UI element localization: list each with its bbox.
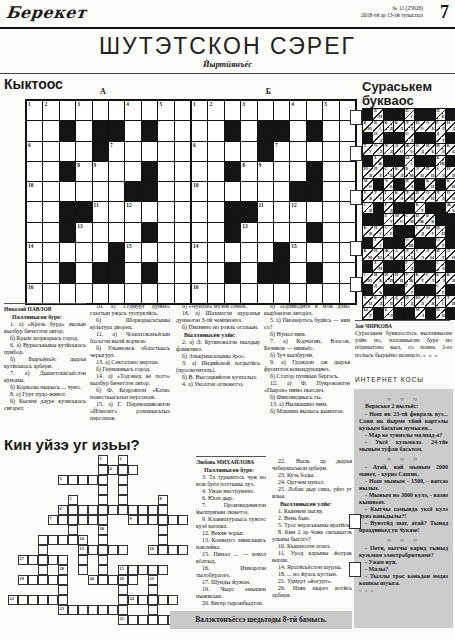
crossword-cell (175, 223, 190, 242)
clue-number: 16 (193, 284, 199, 290)
crossword-cell (93, 121, 108, 140)
clue-number: 20 (90, 576, 94, 581)
letter-pair-cell: ГЖ (384, 191, 394, 202)
crossword-cell (125, 223, 140, 242)
crossword-cell: 20 (88, 575, 98, 585)
letter: И (436, 144, 439, 148)
crossword-cell (192, 202, 207, 221)
crossword-cell (208, 142, 223, 161)
crossword-cell (58, 535, 68, 545)
crossword-cell (98, 535, 108, 545)
crossword-cell (241, 121, 256, 140)
black-cell (394, 238, 404, 249)
crossword-cell (290, 142, 305, 161)
joke-line: - Нош мыным - 1500, - ватсаз нылыз. (359, 478, 448, 492)
black-cell (446, 214, 455, 225)
letter: Р (380, 197, 383, 201)
letter: Р (405, 284, 408, 288)
letter: В (369, 197, 372, 201)
crossword-cell (43, 223, 58, 242)
crossword-cell (274, 202, 289, 221)
letter: Л (442, 150, 445, 154)
letter-pair-cell: БД (373, 296, 383, 307)
letter: М (416, 308, 420, 312)
crossword-cell: 18 (58, 565, 68, 575)
crossword-cell (158, 615, 168, 625)
letter: Л (426, 249, 429, 253)
crossword-cell (109, 202, 124, 221)
letter: З (374, 238, 376, 242)
letter: Р (369, 314, 372, 318)
letter-pair-cell: НД (373, 132, 383, 143)
letter-pair-cell: ЛО (394, 144, 404, 155)
letter: С (436, 284, 439, 288)
clue: 12. а) Ф. Пукроковлэн «Пырон» нимо пьеса… (264, 380, 350, 394)
letter: Н (431, 197, 434, 201)
letter: П (416, 191, 419, 195)
crossword-cell (60, 243, 75, 262)
crossword-cell (225, 142, 240, 161)
crossword-cell (323, 263, 338, 282)
crossword-cell (118, 605, 128, 615)
letter-pair-cell: СЮ (363, 273, 373, 284)
letter: Ы (430, 256, 434, 260)
crossword-cell (60, 142, 75, 161)
crossword-cell (290, 162, 305, 181)
clue: 4. а) Уколлэн оглюкетэз. (176, 381, 260, 388)
letter: Ю (367, 127, 372, 131)
crossword-cell (98, 605, 108, 615)
crossword-cell (258, 284, 273, 303)
clue: 10. а) «Удмурт дунне» газетын ужась тусп… (90, 303, 170, 317)
crossword-cell (175, 142, 190, 161)
letter: В (369, 232, 372, 236)
letter: П (436, 109, 439, 113)
crossword-cell (175, 101, 190, 120)
crossword-cell (158, 202, 173, 221)
letter-pair-cell: ИК (373, 273, 383, 284)
letter: Н (431, 174, 434, 178)
crossword-cell (168, 545, 178, 555)
crossword-cell (241, 202, 256, 221)
crossword-cell (125, 263, 140, 282)
crossword-cell (60, 202, 75, 221)
letter-pair-cell: ОЛ (373, 144, 383, 155)
letter: В (369, 174, 372, 178)
crossword-cell (258, 223, 273, 242)
letter-pair-cell: СЛ (436, 261, 446, 272)
crossword-cell (128, 465, 138, 475)
letter: Н (369, 302, 372, 306)
letter: Ы (405, 156, 409, 160)
letter-pair-cell: ЛС (436, 296, 446, 307)
letter-pair-cell: СЙ (405, 214, 415, 225)
letter-pair-cell: КВ (363, 226, 373, 237)
crossword-cell (38, 535, 48, 545)
letter: В (369, 209, 372, 213)
letter-pair-cell: ТИ (446, 296, 455, 307)
letter: У (426, 296, 429, 300)
crossword-cell (98, 505, 108, 515)
clues-column-2: 10. а) «Удмурт дунне» газетын ужась тусп… (90, 303, 170, 453)
black-cell (384, 261, 394, 272)
letter-pair-cell: ЛП (405, 191, 415, 202)
issue-block: № 11 (25626) 2018-тӥ ар 13-тӥ тулыспал (361, 5, 423, 19)
crossword-cell (98, 565, 108, 575)
letter: Д (379, 139, 382, 143)
crossword-cell (175, 243, 190, 262)
black-cell (394, 261, 404, 272)
letter: Д (411, 139, 414, 143)
crossword-cell (109, 121, 124, 140)
crossword-cell (142, 182, 157, 201)
crossword-cell (68, 535, 78, 545)
letter: З (374, 261, 376, 265)
letter: К (426, 179, 429, 183)
letter: З (374, 156, 376, 160)
clue: б) Машина вылысь кыматон. (264, 408, 350, 415)
crossword-cell: 16 (27, 284, 42, 303)
night-clues-column-2: 22. Выль ар дыръя чебермаськон арбери.23… (272, 458, 352, 608)
black-cell (373, 308, 383, 319)
crossword-cell (241, 142, 256, 161)
letter: Б (390, 174, 393, 178)
crossword-cell: 19 (18, 575, 28, 585)
crossword-cell (27, 223, 42, 242)
crossword-cell (58, 575, 68, 585)
crossword-cell (158, 162, 173, 181)
letter: К (447, 179, 450, 183)
clue: 15. Пинал ... — юмал вӧлтыд. (196, 551, 266, 565)
clue-number: 13 (80, 546, 84, 551)
crossword-cell (323, 182, 338, 201)
crossword-cell (76, 121, 91, 140)
clue-number: 16 (150, 546, 154, 551)
joke-line: - Атай, вай мыным 2000 манет, - куриз Са… (359, 464, 448, 478)
letter-pair-cell: ЖБ (384, 249, 394, 260)
letter: Н (374, 132, 377, 136)
crossword-cell (158, 545, 168, 555)
crossword-cell: 11 (93, 202, 108, 221)
crossword-cell (290, 121, 305, 140)
crossword-cell (225, 182, 240, 201)
crossword-cell (274, 223, 289, 242)
clue-number: 6 (60, 506, 62, 511)
crossword-cell: 10 (98, 525, 108, 535)
letter: М (368, 256, 372, 260)
crossword-cell (78, 555, 88, 565)
crossword-grid-a: 12345678910111213141516 (25, 99, 192, 305)
crossword-cell (98, 485, 108, 495)
crossword-cell: 1 (27, 101, 42, 120)
crossword-cell (274, 263, 289, 282)
crossword-cell (138, 595, 148, 605)
letter: Б (384, 308, 387, 312)
clues-column-4: б) «Приводите в мой дом» кырӟанлэн автор… (264, 303, 350, 453)
crossword-cell: 13 (241, 223, 256, 242)
crossword-cell (158, 243, 173, 262)
letter-pair-cell: ЮЛ (415, 296, 425, 307)
letter-pair-cell: ОД (405, 132, 415, 143)
black-cell (394, 179, 404, 190)
issue-number: № 11 (25626) (361, 5, 423, 12)
crossword-cell (225, 263, 240, 282)
clue: б) Коркалы нырысь ... чуно. (4, 384, 86, 391)
crossword-cell (98, 515, 108, 525)
clue: 15. а) Г. Перевощиковлэн «Йӧвалег» роман… (90, 401, 170, 422)
letter: Д (390, 150, 393, 154)
letter: Р (405, 261, 408, 265)
letter: О (400, 150, 403, 154)
letter-pair-cell: ЫС (405, 156, 415, 167)
crossword-cell (307, 121, 322, 140)
black-cell (446, 156, 455, 167)
crossword-cell (148, 565, 158, 575)
clue: 21. Удмурт «йогурт». (272, 578, 352, 585)
clue: б) «Приводите в мой дом» кырӟанлэн автор… (264, 303, 350, 317)
crossword-cell (274, 121, 289, 140)
clue-number: 14 (193, 243, 199, 249)
crossword-cell: 12 (125, 202, 140, 221)
letter: Е (390, 232, 393, 236)
black-cell (394, 203, 404, 214)
crossword-cell: 16 (192, 284, 207, 303)
letter-pair-cell: ОЯ (446, 191, 455, 202)
letter: Ч (384, 144, 387, 148)
crossword-cell (109, 223, 124, 242)
letter: Ж (420, 220, 424, 224)
letter: К (416, 273, 419, 277)
letter-pair-cell: ЖО (405, 144, 415, 155)
letter: Д (421, 150, 424, 154)
joke-line: - Малы? (359, 566, 448, 573)
letter: Ж (405, 144, 409, 148)
crossword-cell (142, 223, 157, 242)
crossword-cell (225, 162, 240, 181)
crossword-cell (109, 101, 124, 120)
crossword-cell (142, 243, 157, 262)
crossword-cell (78, 505, 88, 515)
answer-box (350, 241, 362, 256)
crossword-cell (68, 505, 78, 515)
crossword-cell: 8 (158, 495, 168, 505)
letter: П (436, 308, 439, 312)
letter-pair-cell: РВ (384, 296, 394, 307)
crossword-cell (168, 595, 178, 605)
letter-pair-cell: ЛБ (405, 249, 415, 260)
letter: Л (442, 267, 445, 271)
letter-pair-cell: ГЛ (425, 273, 435, 284)
answer-box (350, 190, 362, 205)
clue-number: 9 (259, 162, 262, 168)
crossword-cell (340, 223, 355, 242)
internet-heading: ИНТЕРНЕТ КОСЫ (355, 376, 424, 383)
crossword-cell (108, 545, 118, 555)
clue: 13. Конвертэ лякиськись наклейка. (196, 537, 266, 551)
black-cell (363, 156, 373, 167)
black-cell (394, 284, 404, 295)
crossword-cell (125, 162, 140, 181)
clue: б) В. Высоцкийлэн кузпалыз. (176, 374, 260, 381)
letter-pair-cell: СД (415, 226, 425, 237)
crossword-cell (274, 101, 289, 120)
letters-author: Зоя ЧИРКОВА (355, 320, 450, 329)
crossword-cell (208, 263, 223, 282)
crossword-cell (290, 223, 305, 242)
letter: К (436, 156, 439, 160)
letter-pair-cell: ПС (373, 226, 383, 237)
night-clues-column-1: Любовь МИХАЙЛОВАПаллянысен буре:3. Та ту… (196, 456, 266, 608)
letter: Н (431, 185, 434, 189)
page-number: 7 (440, 2, 449, 23)
smiley-divider: ☺ ☺ ☺ (359, 456, 448, 462)
letter: П (405, 296, 408, 300)
clue-list-heading: Паллянысен буре: (196, 467, 266, 474)
clue-number: 15 (291, 243, 297, 249)
clue: б) Финляндиысь ты. (264, 394, 350, 401)
crossword-cell (48, 595, 58, 605)
crossword-cell (60, 284, 75, 303)
clue-number: 4 (291, 101, 294, 107)
letter: Д (390, 127, 393, 131)
crossword-cell (175, 202, 190, 221)
letter: Л (421, 256, 424, 260)
crossword-cell (43, 243, 58, 262)
letter-pair-cell: ВК (425, 214, 435, 225)
black-cell (384, 156, 394, 167)
black-cell (425, 203, 435, 214)
letter-pair-cell: НЯ (446, 167, 455, 178)
crossword-cell (109, 182, 124, 201)
end-marker: ■ ■ ■ (359, 588, 374, 593)
clue: 12. Векчи чорыг. (196, 530, 266, 537)
crossword-cell (58, 515, 68, 525)
crossword-cell: 3 (241, 101, 256, 120)
letter: Б (374, 296, 377, 300)
clue: 2. Вень бын. (272, 515, 352, 522)
letter: З (364, 191, 366, 195)
clue-number: 4 (126, 101, 129, 107)
crossword-cell (88, 545, 98, 555)
letter: В (405, 167, 408, 171)
crossword-cell (192, 263, 207, 282)
letter: Ю (416, 296, 421, 300)
letter: К (395, 167, 398, 171)
crossword-cell (60, 182, 75, 201)
letter: О (405, 238, 408, 242)
letter: В (390, 302, 393, 306)
letter: Г (436, 121, 439, 125)
crossword-cell (78, 605, 88, 615)
clue-number: 7 (110, 142, 113, 148)
crossword-cell (138, 565, 148, 575)
crossword-cell (208, 243, 223, 262)
black-cell (394, 109, 404, 120)
clue: 9. а) Граждан ож дыръя фронтлэн командую… (264, 359, 350, 373)
clue: б) Статор пушкын бергась. (264, 373, 350, 380)
letter: О (421, 127, 424, 131)
clue: 11. Урод карыны ӝотрак верам. (272, 550, 352, 564)
crossword-cell (340, 202, 355, 221)
letter: К (395, 121, 398, 125)
letter-pair-cell: ВМ (405, 167, 415, 178)
crossword-cell (118, 485, 128, 495)
black-cell (363, 132, 373, 143)
letter: К (431, 220, 434, 224)
letter: Ж (378, 162, 382, 166)
clue-number: 12 (126, 202, 132, 208)
crossword-cell (307, 223, 322, 242)
letter-pair-cell: СЕ (384, 226, 394, 237)
crossword-cell (192, 223, 207, 242)
letter: У (410, 291, 413, 295)
crossword-cell (48, 535, 58, 545)
letter: Р (442, 244, 445, 248)
letter: У (405, 273, 408, 277)
clue-number: 10 (100, 526, 104, 531)
crossword-cell (128, 615, 138, 625)
letter-pair-cell: ЗС (373, 238, 383, 249)
clue-number: 2 (209, 101, 212, 107)
letter: Н (447, 121, 450, 125)
letter-pair-cell: ОН (425, 191, 435, 202)
letter-pair-cell: ПК (436, 109, 446, 120)
letter: Б (390, 185, 393, 189)
letter: З (436, 167, 438, 171)
letter-pair-cell: ЛН (446, 249, 455, 260)
black-cell (384, 109, 394, 120)
clue-number: 5 (324, 101, 327, 107)
crossword-cell (109, 284, 124, 303)
crossword-cell (208, 284, 223, 303)
letter: И (436, 249, 439, 253)
letter: Ю (378, 256, 383, 260)
letter: Л (390, 314, 393, 318)
letter: Д (411, 302, 414, 306)
letter-pair-cell: ИЛ (405, 179, 415, 190)
clue: 3. а) Индийской югдытӥсь (просветитель). (176, 360, 260, 374)
crossword-cell: 8 (241, 162, 256, 181)
crossword-cell (142, 284, 157, 303)
letter: О (400, 220, 403, 224)
letter: У (431, 232, 434, 236)
letter: З (422, 314, 424, 318)
black-cell (415, 238, 425, 249)
clue-number: 13 (242, 223, 248, 229)
crossword-cell (38, 565, 48, 575)
clue: 9. Клавиатураысь тужгес кузё кнопка. (196, 516, 266, 530)
letter: С (442, 302, 445, 306)
letter: О (447, 191, 450, 195)
crossword-cell (323, 284, 338, 303)
crossword-cell (178, 545, 188, 555)
crossword-cell: 10 (27, 182, 42, 201)
clue: б) «Чуназе» музей семен. (176, 303, 260, 310)
crossword-cell: 7 (109, 142, 124, 161)
black-cell (394, 308, 404, 319)
clue-number: 22 (10, 596, 14, 601)
letter: Л (379, 150, 382, 154)
crossword-cell (225, 284, 240, 303)
crossword-cell (38, 545, 48, 555)
crossword-cell (38, 575, 48, 585)
black-cell (394, 156, 404, 167)
crossword-cell: 8 (76, 162, 91, 181)
clue-number: 1 (28, 101, 31, 107)
crossword-cell (241, 243, 256, 262)
clue: 18. ... но ӝуась кустын. (272, 571, 352, 578)
clue-number: 9 (130, 516, 132, 521)
